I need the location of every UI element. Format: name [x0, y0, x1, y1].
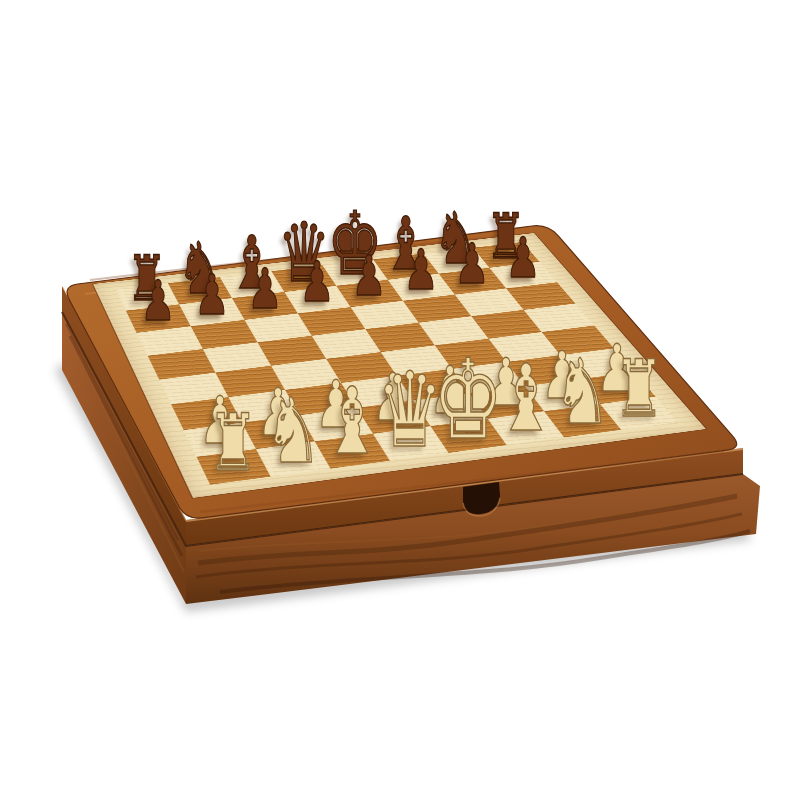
- piece-black-pawn-c7[interactable]: ♟: [247, 262, 283, 317]
- piece-white-queen-d1[interactable]: ♛: [377, 358, 443, 462]
- product-photo-stage: ♜♞♝♛♚♝♞♜♟♟♟♟♟♟♟♟♟♟♟♟♟♟♟♟♜♞♝♛♚♝♞♜: [0, 0, 800, 800]
- piece-black-pawn-f7[interactable]: ♟: [403, 244, 439, 299]
- piece-black-pawn-g7[interactable]: ♟: [454, 237, 490, 292]
- piece-black-pawn-d7[interactable]: ♟: [299, 256, 335, 311]
- piece-black-pawn-e7[interactable]: ♟: [352, 250, 388, 305]
- piece-white-bishop-f1[interactable]: ♝: [496, 353, 555, 445]
- piece-white-bishop-c1[interactable]: ♝: [322, 376, 381, 468]
- piece-black-pawn-h7[interactable]: ♟: [505, 231, 541, 286]
- piece-white-king-e1[interactable]: ♚: [433, 345, 504, 455]
- piece-black-pawn-a7[interactable]: ♟: [140, 275, 176, 330]
- piece-white-rook-h1[interactable]: ♜: [613, 350, 663, 429]
- piece-white-rook-a1[interactable]: ♜: [208, 403, 258, 482]
- piece-black-pawn-b7[interactable]: ♟: [194, 269, 230, 324]
- piece-white-knight-b1[interactable]: ♞: [264, 386, 322, 476]
- piece-white-knight-g1[interactable]: ♞: [554, 347, 612, 437]
